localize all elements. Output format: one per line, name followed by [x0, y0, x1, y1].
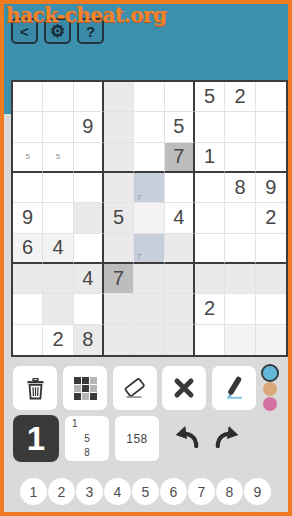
- sudoku-cell-r2c5[interactable]: [134, 112, 164, 142]
- digit-button-label: 5: [142, 484, 150, 500]
- digit-button-label: 8: [226, 484, 234, 500]
- sudoku-cell-r1c9[interactable]: [256, 82, 286, 112]
- sudoku-cell-r8c4[interactable]: [104, 294, 134, 324]
- sudoku-cell-r7c5[interactable]: [134, 264, 164, 294]
- sudoku-cell-r6c1[interactable]: 6: [13, 234, 43, 264]
- pen-icon: [221, 375, 247, 401]
- sudoku-cell-r3c6[interactable]: 7: [165, 143, 195, 173]
- sudoku-cell-r7c2[interactable]: [43, 264, 73, 294]
- digit-button-8[interactable]: 8: [216, 478, 243, 505]
- cell-digit: 5: [204, 85, 215, 108]
- digit-button-label: 4: [114, 484, 122, 500]
- digit-button-2[interactable]: 2: [48, 478, 75, 505]
- corner-mark-8: 8: [84, 448, 90, 458]
- sudoku-cell-r9c9[interactable]: [256, 325, 286, 355]
- sudoku-cell-r6c4[interactable]: [104, 234, 134, 264]
- digit-button-7[interactable]: 7: [188, 478, 215, 505]
- grid-icon: [74, 377, 97, 400]
- cell-digit: 1: [204, 145, 215, 168]
- sudoku-cell-r6c9[interactable]: [256, 234, 286, 264]
- sudoku-cell-r8c5[interactable]: [134, 294, 164, 324]
- mode-big-number-label: 1: [27, 420, 45, 458]
- sudoku-cell-r2c8[interactable]: [225, 112, 255, 142]
- sudoku-cell-r7c7[interactable]: [195, 264, 225, 294]
- redo-button[interactable]: [212, 422, 242, 452]
- sudoku-cell-r3c7[interactable]: 1: [195, 143, 225, 173]
- digit-button-3[interactable]: 3: [76, 478, 103, 505]
- sudoku-cell-r1c6[interactable]: [165, 82, 195, 112]
- sudoku-cell-r5c7[interactable]: [195, 203, 225, 233]
- erase-button[interactable]: [113, 366, 157, 410]
- cell-digit: 7: [113, 267, 124, 290]
- sudoku-cell-r5c6[interactable]: 4: [165, 203, 195, 233]
- watermark-text: hack-cheat.org: [6, 3, 167, 27]
- sudoku-cell-r9c5[interactable]: [134, 325, 164, 355]
- sudoku-cell-r1c5[interactable]: [134, 82, 164, 112]
- pencil-mark: 5: [56, 153, 60, 161]
- redo-icon: [212, 422, 242, 452]
- mode-big-number-button[interactable]: 1: [13, 415, 59, 462]
- sudoku-cell-r5c9[interactable]: 2: [256, 203, 286, 233]
- sudoku-cell-r7c9[interactable]: [256, 264, 286, 294]
- digit-button-label: 3: [86, 484, 94, 500]
- digit-button-1[interactable]: 1: [20, 478, 47, 505]
- color-dot-blue[interactable]: [263, 366, 277, 380]
- sudoku-cell-r7c4[interactable]: 7: [104, 264, 134, 294]
- trash-icon: [23, 376, 47, 401]
- sudoku-cell-r3c2[interactable]: 5: [43, 143, 73, 173]
- digit-button-label: 9: [254, 484, 262, 500]
- sudoku-cell-r9c3[interactable]: 8: [74, 325, 104, 355]
- color-dot-tan[interactable]: [263, 382, 277, 396]
- clear-button[interactable]: [162, 366, 206, 410]
- digit-button-5[interactable]: 5: [132, 478, 159, 505]
- sudoku-cell-r9c4[interactable]: [104, 325, 134, 355]
- sudoku-cell-r4c2[interactable]: [43, 173, 73, 203]
- sudoku-cell-r6c8[interactable]: [225, 234, 255, 264]
- sudoku-cell-r7c3[interactable]: 4: [74, 264, 104, 294]
- sudoku-cell-r8c8[interactable]: [225, 294, 255, 324]
- cell-digit: 9: [265, 176, 276, 199]
- sudoku-cell-r6c7[interactable]: [195, 234, 225, 264]
- sudoku-cell-r5c8[interactable]: [225, 203, 255, 233]
- digit-button-label: 2: [58, 484, 66, 500]
- corner-mark-5: 5: [84, 434, 90, 444]
- sudoku-cell-r2c9[interactable]: [256, 112, 286, 142]
- sudoku-cell-r7c8[interactable]: [225, 264, 255, 294]
- sudoku-cell-r2c4[interactable]: [104, 112, 134, 142]
- sudoku-cell-r7c6[interactable]: [165, 264, 195, 294]
- sudoku-cell-r6c3[interactable]: [74, 234, 104, 264]
- cell-digit: 6: [22, 236, 33, 259]
- sudoku-cell-r9c2[interactable]: 2: [43, 325, 73, 355]
- pencil-mark: 7: [137, 194, 141, 202]
- sudoku-cell-r8c9[interactable]: [256, 294, 286, 324]
- cell-digit: 5: [113, 206, 124, 229]
- sudoku-cell-r7c1[interactable]: [13, 264, 43, 294]
- sudoku-cell-r9c1[interactable]: [13, 325, 43, 355]
- sudoku-cell-r3c9[interactable]: [256, 143, 286, 173]
- sudoku-cell-r8c1[interactable]: [13, 294, 43, 324]
- sudoku-cell-r4c9[interactable]: 9: [256, 173, 286, 203]
- sudoku-cell-r1c1[interactable]: [13, 82, 43, 112]
- sudoku-cell-r2c7[interactable]: [195, 112, 225, 142]
- sudoku-cell-r6c2[interactable]: 4: [43, 234, 73, 264]
- pen-button[interactable]: [212, 366, 256, 410]
- sudoku-cell-r4c4[interactable]: [104, 173, 134, 203]
- eraser-icon: [122, 375, 148, 401]
- corner-mark-1: 1: [72, 419, 78, 429]
- cell-digit: 8: [234, 176, 245, 199]
- digit-button-label: 7: [198, 484, 206, 500]
- digit-button-4[interactable]: 4: [104, 478, 131, 505]
- cell-digit: 4: [52, 236, 63, 259]
- sudoku-cell-r4c1[interactable]: [13, 173, 43, 203]
- sudoku-cell-r8c6[interactable]: [165, 294, 195, 324]
- sudoku-cell-r1c3[interactable]: [74, 82, 104, 112]
- sudoku-cell-r4c3[interactable]: [74, 173, 104, 203]
- sudoku-cell-r6c6[interactable]: [165, 234, 195, 264]
- color-dot-pink[interactable]: [263, 397, 277, 411]
- cell-digit: 2: [204, 297, 215, 320]
- sudoku-cell-r9c7[interactable]: [195, 325, 225, 355]
- sudoku-cell-r2c3[interactable]: 9: [74, 112, 104, 142]
- sudoku-cell-r3c3[interactable]: [74, 143, 104, 173]
- sudoku-cell-r2c6[interactable]: 5: [165, 112, 195, 142]
- cell-digit: 8: [82, 328, 93, 351]
- sudoku-cell-r2c1[interactable]: [13, 112, 43, 142]
- sudoku-cell-r1c2[interactable]: [43, 82, 73, 112]
- cell-digit: 7: [173, 145, 184, 168]
- pencil-mark: 5: [25, 153, 29, 161]
- sudoku-cell-r4c6[interactable]: [165, 173, 195, 203]
- mode-center-marks-label: 158: [126, 432, 148, 446]
- cell-digit: 4: [82, 267, 93, 290]
- cell-digit: 2: [52, 328, 63, 351]
- sudoku-cell-r4c7[interactable]: [195, 173, 225, 203]
- sudoku-cell-r8c3[interactable]: [74, 294, 104, 324]
- x-icon: [172, 376, 196, 400]
- sudoku-cell-r3c1[interactable]: 5: [13, 143, 43, 173]
- sudoku-cell-r3c4[interactable]: [104, 143, 134, 173]
- cell-digit: 5: [173, 115, 184, 138]
- sudoku-cell-r9c8[interactable]: [225, 325, 255, 355]
- digit-button-label: 1: [30, 484, 38, 500]
- sudoku-cell-r5c3[interactable]: [74, 203, 104, 233]
- sudoku-board: 52955571789954264747228: [11, 80, 288, 357]
- sudoku-cell-r3c8[interactable]: [225, 143, 255, 173]
- pencil-mark: 7: [137, 253, 141, 261]
- digit-button-6[interactable]: 6: [160, 478, 187, 505]
- sudoku-cell-r8c7[interactable]: 2: [195, 294, 225, 324]
- sudoku-cell-r6c5[interactable]: 7: [134, 234, 164, 264]
- sudoku-cell-r8c2[interactable]: [43, 294, 73, 324]
- cell-digit: 9: [82, 115, 93, 138]
- mode-center-marks-button[interactable]: 158: [115, 416, 159, 461]
- undo-icon: [172, 422, 202, 452]
- digit-button-label: 6: [170, 484, 178, 500]
- sudoku-cell-r9c6[interactable]: [165, 325, 195, 355]
- sudoku-cell-r5c2[interactable]: [43, 203, 73, 233]
- sudoku-cell-r3c5[interactable]: [134, 143, 164, 173]
- sudoku-cell-r5c1[interactable]: 9: [13, 203, 43, 233]
- cell-digit: 4: [173, 206, 184, 229]
- cell-digit: 2: [234, 85, 245, 108]
- sudoku-cell-r1c8[interactable]: 2: [225, 82, 255, 112]
- sudoku-cell-r1c7[interactable]: 5: [195, 82, 225, 112]
- sudoku-cell-r4c5[interactable]: 7: [134, 173, 164, 203]
- delete-button[interactable]: [13, 366, 57, 410]
- sudoku-cell-r1c4[interactable]: [104, 82, 134, 112]
- undo-button[interactable]: [172, 422, 202, 452]
- grid-mode-button[interactable]: [63, 366, 107, 410]
- sudoku-cell-r5c4[interactable]: 5: [104, 203, 134, 233]
- mode-corner-marks-button[interactable]: 1 5 8: [65, 416, 109, 461]
- cell-digit: 2: [265, 206, 276, 229]
- digit-button-9[interactable]: 9: [244, 478, 271, 505]
- sudoku-cell-r2c2[interactable]: [43, 112, 73, 142]
- sudoku-cell-r5c5[interactable]: [134, 203, 164, 233]
- cell-digit: 9: [22, 206, 33, 229]
- sudoku-cell-r4c8[interactable]: 8: [225, 173, 255, 203]
